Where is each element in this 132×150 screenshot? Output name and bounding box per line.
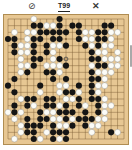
close-icon[interactable]: ✕ xyxy=(92,1,100,11)
move-counter[interactable]: T99 xyxy=(58,1,70,12)
go-board[interactable] xyxy=(3,14,129,145)
scrollbar-thumb[interactable] xyxy=(130,45,132,67)
toolbar: ⊘ T99 ✕ xyxy=(0,0,132,13)
circle-slash-icon[interactable]: ⊘ xyxy=(28,1,36,11)
